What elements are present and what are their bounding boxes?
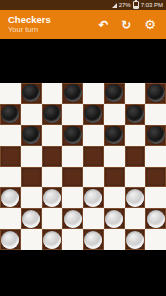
black-piece[interactable] — [105, 84, 123, 102]
square-r1c1 — [21, 104, 42, 125]
square-r0c2 — [42, 83, 63, 104]
square-r4c0 — [0, 167, 21, 188]
turn-status: Your turn — [8, 26, 51, 34]
square-r1c4[interactable] — [83, 104, 104, 125]
square-r4c4 — [83, 167, 104, 188]
battery-percent: 27% — [119, 2, 131, 8]
black-piece[interactable] — [105, 126, 123, 144]
square-r7c7 — [145, 229, 166, 250]
square-r0c1[interactable] — [21, 83, 42, 104]
square-r6c0 — [0, 208, 21, 229]
white-piece[interactable] — [84, 231, 102, 249]
square-r7c2[interactable] — [42, 229, 63, 250]
black-piece[interactable] — [22, 84, 40, 102]
square-r1c7 — [145, 104, 166, 125]
square-r3c6[interactable] — [125, 146, 146, 167]
square-r3c7 — [145, 146, 166, 167]
square-r6c7[interactable] — [145, 208, 166, 229]
undo-icon[interactable]: ↶ — [98, 19, 108, 31]
black-piece[interactable] — [147, 126, 165, 144]
app-bar-titles: Checkers Your turn — [8, 15, 51, 34]
signal-icon — [112, 3, 117, 8]
square-r0c0 — [0, 83, 21, 104]
square-r6c4 — [83, 208, 104, 229]
app-bar-actions: ↶ ↻ ⚙ — [98, 19, 156, 31]
white-piece[interactable] — [1, 189, 19, 207]
square-r5c5 — [104, 187, 125, 208]
black-piece[interactable] — [22, 126, 40, 144]
square-r2c2 — [42, 125, 63, 146]
square-r1c0[interactable] — [0, 104, 21, 125]
square-r2c4 — [83, 125, 104, 146]
app-bar: Checkers Your turn ↶ ↻ ⚙ — [0, 10, 166, 39]
black-piece[interactable] — [64, 84, 82, 102]
square-r4c1[interactable] — [21, 167, 42, 188]
white-piece[interactable] — [84, 189, 102, 207]
square-r3c4[interactable] — [83, 146, 104, 167]
white-piece[interactable] — [126, 189, 144, 207]
square-r4c3[interactable] — [62, 167, 83, 188]
square-r3c0[interactable] — [0, 146, 21, 167]
white-piece[interactable] — [105, 210, 123, 228]
square-r2c1[interactable] — [21, 125, 42, 146]
square-r1c6[interactable] — [125, 104, 146, 125]
square-r0c4 — [83, 83, 104, 104]
square-r2c5[interactable] — [104, 125, 125, 146]
square-r2c6 — [125, 125, 146, 146]
square-r1c2[interactable] — [42, 104, 63, 125]
square-r0c6 — [125, 83, 146, 104]
square-r5c3 — [62, 187, 83, 208]
black-piece[interactable] — [84, 105, 102, 123]
black-piece[interactable] — [43, 105, 61, 123]
square-r4c5[interactable] — [104, 167, 125, 188]
square-r5c4[interactable] — [83, 187, 104, 208]
square-r1c3 — [62, 104, 83, 125]
square-r0c5[interactable] — [104, 83, 125, 104]
white-piece[interactable] — [64, 210, 82, 228]
square-r7c1 — [21, 229, 42, 250]
square-r6c6 — [125, 208, 146, 229]
square-r6c2 — [42, 208, 63, 229]
square-r6c5[interactable] — [104, 208, 125, 229]
square-r4c6 — [125, 167, 146, 188]
square-r6c1[interactable] — [21, 208, 42, 229]
square-r2c3[interactable] — [62, 125, 83, 146]
page-title: Checkers — [8, 15, 51, 25]
square-r5c6[interactable] — [125, 187, 146, 208]
square-r4c7[interactable] — [145, 167, 166, 188]
square-r5c0[interactable] — [0, 187, 21, 208]
square-r3c1 — [21, 146, 42, 167]
white-piece[interactable] — [1, 231, 19, 249]
square-r3c2[interactable] — [42, 146, 63, 167]
square-r2c0 — [0, 125, 21, 146]
square-r1c5 — [104, 104, 125, 125]
square-r5c2[interactable] — [42, 187, 63, 208]
status-bar: 27% 7:03 PM — [0, 0, 166, 10]
square-r6c3[interactable] — [62, 208, 83, 229]
checkers-board — [0, 83, 166, 250]
square-r4c2 — [42, 167, 63, 188]
black-piece[interactable] — [64, 126, 82, 144]
white-piece[interactable] — [126, 231, 144, 249]
white-piece[interactable] — [43, 189, 61, 207]
battery-icon — [133, 1, 139, 9]
square-r7c0[interactable] — [0, 229, 21, 250]
white-piece[interactable] — [147, 210, 165, 228]
square-r0c7[interactable] — [145, 83, 166, 104]
black-piece[interactable] — [126, 105, 144, 123]
square-r7c4[interactable] — [83, 229, 104, 250]
square-r7c6[interactable] — [125, 229, 146, 250]
black-piece[interactable] — [1, 105, 19, 123]
white-piece[interactable] — [22, 210, 40, 228]
square-r3c5 — [104, 146, 125, 167]
phone-screen: 27% 7:03 PM Checkers Your turn ↶ ↻ ⚙ — [0, 0, 166, 296]
square-r0c3[interactable] — [62, 83, 83, 104]
black-piece[interactable] — [147, 84, 165, 102]
square-r3c3 — [62, 146, 83, 167]
settings-gear-icon[interactable]: ⚙ — [144, 19, 156, 31]
square-r5c1 — [21, 187, 42, 208]
white-piece[interactable] — [43, 231, 61, 249]
refresh-icon[interactable]: ↻ — [121, 19, 131, 31]
square-r7c3 — [62, 229, 83, 250]
square-r2c7[interactable] — [145, 125, 166, 146]
square-r7c5 — [104, 229, 125, 250]
square-r5c7 — [145, 187, 166, 208]
clock-time: 7:03 PM — [141, 2, 163, 8]
